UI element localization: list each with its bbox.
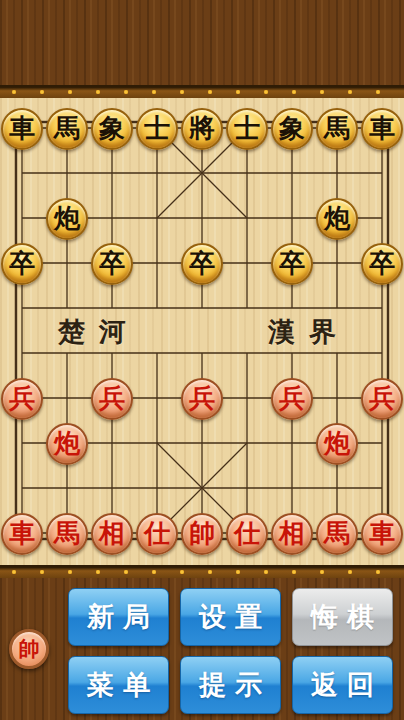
board-point-r0c6[interactable]: 象 xyxy=(270,107,315,152)
board-point-r9c4[interactable]: 帥 xyxy=(180,512,225,557)
board-point-r0c5[interactable]: 士 xyxy=(225,107,270,152)
red-advisor-piece[interactable]: 仕 xyxy=(136,513,178,555)
board-point-r9c7[interactable]: 馬 xyxy=(315,512,360,557)
red-advisor-piece[interactable]: 仕 xyxy=(226,513,268,555)
control-button-panel: 新局 设置 悔棋 菜单 提示 返回 xyxy=(68,588,393,714)
board-point-r0c7[interactable]: 馬 xyxy=(315,107,360,152)
board-point-r6c2[interactable]: 兵 xyxy=(90,377,135,422)
board-point-r9c1[interactable]: 馬 xyxy=(45,512,90,557)
black-elephant-piece[interactable]: 象 xyxy=(271,108,313,150)
board-point-r0c2[interactable]: 象 xyxy=(90,107,135,152)
board-point-r2c7[interactable]: 炮 xyxy=(315,197,360,242)
black-elephant-piece[interactable]: 象 xyxy=(91,108,133,150)
board-point-r3c6[interactable]: 卒 xyxy=(270,242,315,287)
red-chariot-piece[interactable]: 車 xyxy=(1,513,43,555)
red-general-piece[interactable]: 帥 xyxy=(181,513,223,555)
black-soldier-piece[interactable]: 卒 xyxy=(91,243,133,285)
red-soldier-piece[interactable]: 兵 xyxy=(271,378,313,420)
xiangqi-board: 楚河 漢界 車馬象士將士象馬車炮炮卒卒卒卒卒兵兵兵兵兵炮炮車馬相仕帥仕相馬車 xyxy=(0,98,404,565)
black-horse-piece[interactable]: 馬 xyxy=(316,108,358,150)
red-soldier-piece[interactable]: 兵 xyxy=(361,378,403,420)
board-point-r6c4[interactable]: 兵 xyxy=(180,377,225,422)
board-point-r6c8[interactable]: 兵 xyxy=(360,377,404,422)
board-point-r9c2[interactable]: 相 xyxy=(90,512,135,557)
xiangqi-app-screen: 楚河 漢界 車馬象士將士象馬車炮炮卒卒卒卒卒兵兵兵兵兵炮炮車馬相仕帥仕相馬車 帥… xyxy=(0,0,404,720)
board-point-r3c8[interactable]: 卒 xyxy=(360,242,404,287)
menu-button[interactable]: 菜单 xyxy=(68,656,169,714)
red-soldier-piece[interactable]: 兵 xyxy=(181,378,223,420)
red-chariot-piece[interactable]: 車 xyxy=(361,513,403,555)
red-elephant-piece[interactable]: 相 xyxy=(271,513,313,555)
board-point-r6c0[interactable]: 兵 xyxy=(0,377,45,422)
board-grid: 車馬象士將士象馬車炮炮卒卒卒卒卒兵兵兵兵兵炮炮車馬相仕帥仕相馬車 xyxy=(0,107,404,557)
settings-button[interactable]: 设置 xyxy=(180,588,281,646)
red-cannon-piece[interactable]: 炮 xyxy=(46,423,88,465)
studded-trim-bottom xyxy=(0,565,404,578)
board-point-r3c2[interactable]: 卒 xyxy=(90,242,135,287)
board-point-r7c7[interactable]: 炮 xyxy=(315,422,360,467)
board-point-r9c8[interactable]: 車 xyxy=(360,512,404,557)
black-advisor-piece[interactable]: 士 xyxy=(136,108,178,150)
black-soldier-piece[interactable]: 卒 xyxy=(361,243,403,285)
board-point-r0c4[interactable]: 將 xyxy=(180,107,225,152)
black-chariot-piece[interactable]: 車 xyxy=(1,108,43,150)
red-horse-piece[interactable]: 馬 xyxy=(316,513,358,555)
red-elephant-piece[interactable]: 相 xyxy=(91,513,133,555)
red-turn-indicator-icon: 帥 xyxy=(9,629,49,669)
new-game-button[interactable]: 新局 xyxy=(68,588,169,646)
board-point-r3c0[interactable]: 卒 xyxy=(0,242,45,287)
red-soldier-piece[interactable]: 兵 xyxy=(1,378,43,420)
board-point-r9c3[interactable]: 仕 xyxy=(135,512,180,557)
board-point-r0c1[interactable]: 馬 xyxy=(45,107,90,152)
board-point-r2c1[interactable]: 炮 xyxy=(45,197,90,242)
board-point-r9c5[interactable]: 仕 xyxy=(225,512,270,557)
board-point-r7c1[interactable]: 炮 xyxy=(45,422,90,467)
black-general-piece[interactable]: 將 xyxy=(181,108,223,150)
black-chariot-piece[interactable]: 車 xyxy=(361,108,403,150)
hint-button[interactable]: 提示 xyxy=(180,656,281,714)
black-horse-piece[interactable]: 馬 xyxy=(46,108,88,150)
undo-move-button[interactable]: 悔棋 xyxy=(292,588,393,646)
black-soldier-piece[interactable]: 卒 xyxy=(1,243,43,285)
board-point-r3c4[interactable]: 卒 xyxy=(180,242,225,287)
red-soldier-piece[interactable]: 兵 xyxy=(91,378,133,420)
black-soldier-piece[interactable]: 卒 xyxy=(271,243,313,285)
black-cannon-piece[interactable]: 炮 xyxy=(316,198,358,240)
board-point-r0c0[interactable]: 車 xyxy=(0,107,45,152)
red-horse-piece[interactable]: 馬 xyxy=(46,513,88,555)
board-point-r6c6[interactable]: 兵 xyxy=(270,377,315,422)
back-button[interactable]: 返回 xyxy=(292,656,393,714)
board-point-r9c0[interactable]: 車 xyxy=(0,512,45,557)
studded-trim-top xyxy=(0,85,404,98)
board-point-r0c3[interactable]: 士 xyxy=(135,107,180,152)
black-cannon-piece[interactable]: 炮 xyxy=(46,198,88,240)
black-advisor-piece[interactable]: 士 xyxy=(226,108,268,150)
red-cannon-piece[interactable]: 炮 xyxy=(316,423,358,465)
board-point-r9c6[interactable]: 相 xyxy=(270,512,315,557)
board-point-r0c8[interactable]: 車 xyxy=(360,107,404,152)
black-soldier-piece[interactable]: 卒 xyxy=(181,243,223,285)
